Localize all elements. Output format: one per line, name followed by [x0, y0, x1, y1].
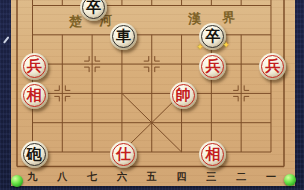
- file-label-八: 八: [52, 172, 72, 182]
- sparkle-icon: ✦: [196, 43, 204, 52]
- piece-red-相[interactable]: 相: [199, 141, 226, 168]
- piece-glyph: 兵: [265, 59, 280, 74]
- sparkle-icon: ✦: [222, 41, 230, 50]
- piece-glyph: 兵: [205, 59, 220, 74]
- piece-red-帥[interactable]: 帥: [170, 82, 197, 109]
- file-label-二: 二: [231, 172, 251, 182]
- green-indicator-ball-right: [284, 174, 296, 186]
- piece-red-兵[interactable]: 兵: [21, 53, 48, 80]
- piece-red-仕[interactable]: 仕: [110, 141, 137, 168]
- piece-glyph: 仕: [116, 147, 131, 162]
- piece-glyph: 砲: [27, 147, 42, 162]
- piece-glyph: 相: [27, 88, 42, 103]
- file-label-三: 三: [201, 172, 221, 182]
- piece-black-砲[interactable]: 砲: [21, 141, 48, 168]
- piece-glyph: 車: [116, 29, 131, 44]
- file-label-一: 一: [261, 172, 281, 182]
- river-text-right: 漢界: [188, 8, 257, 28]
- green-indicator-ball-left: [11, 175, 23, 187]
- piece-glyph: 卒: [86, 0, 101, 15]
- piece-red-兵[interactable]: 兵: [199, 53, 226, 80]
- piece-red-兵[interactable]: 兵: [259, 53, 286, 80]
- file-label-七: 七: [82, 172, 102, 182]
- file-label-四: 四: [172, 172, 192, 182]
- piece-glyph: 相: [205, 147, 220, 162]
- xiangqi-app-screen: 楚河 漢界 九八七六五四三二一 卒車卒兵兵兵相帥砲仕相 ✦✦: [0, 0, 304, 190]
- piece-glyph: 卒: [205, 29, 220, 44]
- file-label-九: 九: [23, 172, 43, 182]
- piece-red-相[interactable]: 相: [21, 82, 48, 109]
- file-label-六: 六: [112, 172, 132, 182]
- file-label-五: 五: [142, 172, 162, 182]
- piece-glyph: 帥: [176, 88, 191, 103]
- piece-glyph: 兵: [27, 59, 42, 74]
